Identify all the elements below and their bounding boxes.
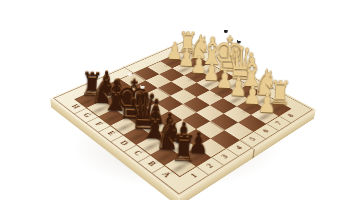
- piece-black-rook-a1[interactable]: ♜: [161, 129, 204, 168]
- finial-tip: [139, 83, 144, 89]
- piece-white-pawn-a7[interactable]: ♟: [248, 89, 286, 117]
- black-rook-icon: ♜: [169, 130, 196, 168]
- finial-tip: [236, 39, 240, 44]
- white-pawn-icon: ♟: [257, 89, 277, 116]
- finial-tip: [223, 28, 227, 33]
- finial-tip: [127, 71, 131, 76]
- chess-set-photo: HGFEDCBA 12345678 ♜♞♝♛♚♝♞♜♟♟♟♟♟♟♟♟♟♟♟♟♟♟…: [0, 0, 337, 200]
